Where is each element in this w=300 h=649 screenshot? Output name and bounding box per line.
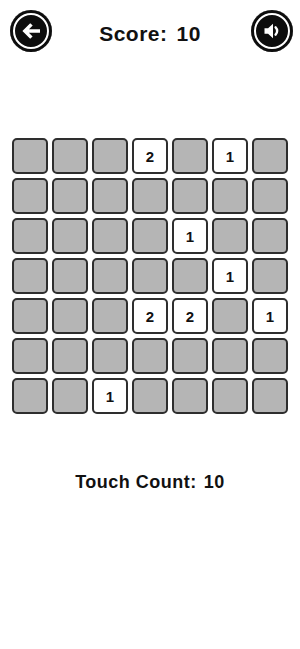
cell-r4c7[interactable] <box>252 258 288 294</box>
top-bar: Score:10 <box>0 10 300 54</box>
cell-r6c2[interactable] <box>52 338 88 374</box>
cell-r5c7[interactable]: 1 <box>252 298 288 334</box>
cell-r3c2[interactable] <box>52 218 88 254</box>
cell-r4c2[interactable] <box>52 258 88 294</box>
score-value: 10 <box>177 22 201 45</box>
cell-r5c4[interactable]: 2 <box>132 298 168 334</box>
cell-r4c6[interactable]: 1 <box>212 258 248 294</box>
cell-r1c3[interactable] <box>92 138 128 174</box>
cell-r1c2[interactable] <box>52 138 88 174</box>
cell-r7c4[interactable] <box>132 378 168 414</box>
cell-r6c1[interactable] <box>12 338 48 374</box>
cell-r2c2[interactable] <box>52 178 88 214</box>
cell-r2c4[interactable] <box>132 178 168 214</box>
cell-r5c2[interactable] <box>52 298 88 334</box>
touch-count-value: 10 <box>204 472 225 492</box>
cell-r4c5[interactable] <box>172 258 208 294</box>
cell-r1c5[interactable] <box>172 138 208 174</box>
cell-r7c7[interactable] <box>252 378 288 414</box>
cell-r3c4[interactable] <box>132 218 168 254</box>
cell-r5c1[interactable] <box>12 298 48 334</box>
cell-r7c6[interactable] <box>212 378 248 414</box>
cell-r4c4[interactable] <box>132 258 168 294</box>
cell-r5c3[interactable] <box>92 298 128 334</box>
cell-r6c7[interactable] <box>252 338 288 374</box>
cell-r2c3[interactable] <box>92 178 128 214</box>
cell-r3c5[interactable]: 1 <box>172 218 208 254</box>
cell-r2c1[interactable] <box>12 178 48 214</box>
cell-r3c6[interactable] <box>212 218 248 254</box>
cell-r5c6[interactable] <box>212 298 248 334</box>
board: 21112211 <box>12 138 288 414</box>
cell-r6c6[interactable] <box>212 338 248 374</box>
cell-r6c5[interactable] <box>172 338 208 374</box>
cell-r6c4[interactable] <box>132 338 168 374</box>
cell-r1c7[interactable] <box>252 138 288 174</box>
cell-r2c7[interactable] <box>252 178 288 214</box>
cell-r1c6[interactable]: 1 <box>212 138 248 174</box>
cell-r5c5[interactable]: 2 <box>172 298 208 334</box>
cell-r2c5[interactable] <box>172 178 208 214</box>
cell-r4c3[interactable] <box>92 258 128 294</box>
speaker-icon <box>260 19 284 43</box>
cell-r7c3[interactable]: 1 <box>92 378 128 414</box>
cell-r3c3[interactable] <box>92 218 128 254</box>
cell-r6c3[interactable] <box>92 338 128 374</box>
cell-r7c5[interactable] <box>172 378 208 414</box>
cell-r1c1[interactable] <box>12 138 48 174</box>
score-label: Score: <box>99 22 167 45</box>
cell-r7c2[interactable] <box>52 378 88 414</box>
sound-button[interactable] <box>251 10 293 52</box>
cell-r4c1[interactable] <box>12 258 48 294</box>
touch-count-display: Touch Count:10 <box>0 472 300 493</box>
touch-count-label: Touch Count: <box>75 472 197 492</box>
cell-r3c7[interactable] <box>252 218 288 254</box>
cell-r1c4[interactable]: 2 <box>132 138 168 174</box>
cell-r2c6[interactable] <box>212 178 248 214</box>
cell-r7c1[interactable] <box>12 378 48 414</box>
cell-r3c1[interactable] <box>12 218 48 254</box>
